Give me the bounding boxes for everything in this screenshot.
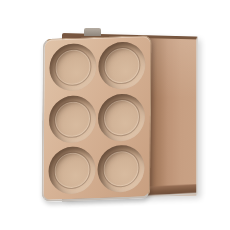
muffin-cup xyxy=(49,94,96,143)
muffin-cup xyxy=(97,144,144,193)
muffin-cup xyxy=(98,93,145,142)
muffin-cup xyxy=(48,146,95,195)
product-photo xyxy=(0,0,230,230)
muffin-cup xyxy=(49,43,96,92)
muffin-cup-grid xyxy=(48,41,145,194)
muffin-cup xyxy=(98,41,145,90)
baking-sheet-rim-tab xyxy=(84,28,101,36)
muffin-pan xyxy=(41,35,151,202)
